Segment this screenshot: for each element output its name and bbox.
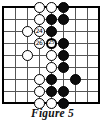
intersection <box>81 13 93 25</box>
stone-white <box>34 14 45 25</box>
intersection <box>0 1 9 13</box>
stone-black <box>46 14 57 25</box>
intersection <box>9 49 21 61</box>
figure-caption: Figure 5 <box>0 107 105 119</box>
intersection: 26 <box>33 37 45 49</box>
intersection <box>45 1 57 13</box>
intersection <box>33 1 45 13</box>
stone-white <box>34 86 45 97</box>
intersection <box>33 73 45 85</box>
stone-white <box>34 2 45 13</box>
stone-black <box>58 86 69 97</box>
intersection <box>93 73 105 85</box>
intersection <box>81 85 93 97</box>
intersection <box>9 85 21 97</box>
intersection <box>93 85 105 97</box>
intersection <box>81 73 93 85</box>
stone-black <box>46 86 57 97</box>
intersection <box>81 37 93 49</box>
stone-black <box>58 38 69 49</box>
stone-black-move-25: 25 <box>46 38 57 49</box>
intersection <box>9 13 21 25</box>
stone-white <box>34 74 45 85</box>
stone-white <box>46 2 57 13</box>
intersection <box>69 49 81 61</box>
intersection <box>33 61 45 73</box>
intersection <box>93 13 105 25</box>
intersection <box>69 25 81 37</box>
intersection <box>21 61 33 73</box>
intersection <box>9 61 21 73</box>
intersection <box>81 61 93 73</box>
intersection <box>0 73 9 85</box>
intersection <box>69 13 81 25</box>
intersection <box>93 61 105 73</box>
intersection <box>69 1 81 13</box>
intersection <box>93 1 105 13</box>
board-grid: 242625 <box>0 1 105 109</box>
intersection <box>69 85 81 97</box>
intersection <box>21 25 33 37</box>
intersection <box>21 85 33 97</box>
intersection <box>45 73 57 85</box>
intersection <box>21 49 33 61</box>
intersection <box>0 37 9 49</box>
intersection <box>81 1 93 13</box>
intersection <box>9 37 21 49</box>
intersection <box>93 25 105 37</box>
stone-white-move-24: 24 <box>34 26 45 37</box>
intersection <box>45 85 57 97</box>
intersection <box>21 37 33 49</box>
intersection <box>21 13 33 25</box>
stone-black <box>58 14 69 25</box>
stone-black <box>70 74 81 85</box>
intersection <box>93 37 105 49</box>
intersection <box>57 1 69 13</box>
intersection <box>81 49 93 61</box>
intersection <box>9 73 21 85</box>
intersection <box>0 61 9 73</box>
stone-black <box>58 62 69 73</box>
intersection <box>57 37 69 49</box>
intersection <box>57 85 69 97</box>
stone-white <box>22 50 33 61</box>
stone-black <box>46 74 57 85</box>
intersection <box>81 25 93 37</box>
go-board-frame: 242625 <box>2 6 100 104</box>
intersection <box>9 25 21 37</box>
stone-black <box>58 2 69 13</box>
intersection <box>33 49 45 61</box>
intersection <box>57 49 69 61</box>
intersection <box>69 73 81 85</box>
intersection <box>57 61 69 73</box>
stone-white <box>46 50 57 61</box>
stone-white <box>22 26 33 37</box>
intersection <box>57 73 69 85</box>
intersection <box>45 13 57 25</box>
intersection <box>0 49 9 61</box>
intersection <box>45 25 57 37</box>
stone-black <box>46 26 57 37</box>
intersection <box>69 37 81 49</box>
intersection <box>45 49 57 61</box>
intersection: 25 <box>45 37 57 49</box>
intersection <box>9 1 21 13</box>
intersection: 24 <box>33 25 45 37</box>
stone-white <box>46 62 57 73</box>
intersection <box>0 85 9 97</box>
intersection <box>0 25 9 37</box>
stone-black <box>58 50 69 61</box>
intersection <box>57 25 69 37</box>
stone-white-move-26: 26 <box>34 38 45 49</box>
intersection <box>69 61 81 73</box>
intersection <box>33 13 45 25</box>
intersection <box>45 61 57 73</box>
intersection <box>93 49 105 61</box>
intersection <box>0 13 9 25</box>
intersection <box>33 85 45 97</box>
intersection <box>57 13 69 25</box>
intersection <box>21 73 33 85</box>
intersection <box>21 1 33 13</box>
